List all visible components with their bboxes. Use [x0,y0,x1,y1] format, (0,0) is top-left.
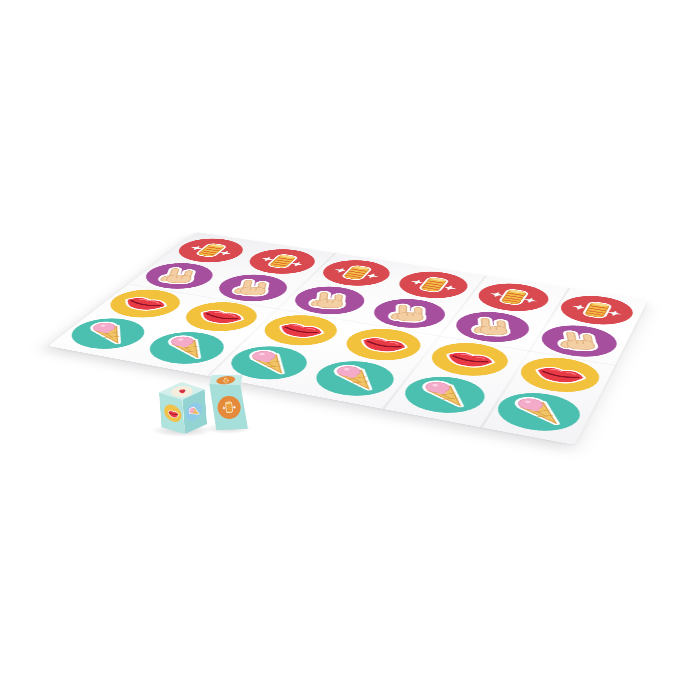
mat-spot-snack-sparkle-4[interactable] [390,268,475,303]
lips-icon [266,316,335,345]
snack-sparkle-icon [179,239,241,262]
snack-sparkle-icon [325,261,388,285]
snack-sparkle-icon [482,284,545,310]
mat-spot-lips-6[interactable] [512,353,606,398]
mat-spot-snack-sparkle-6[interactable] [554,292,639,329]
lips-icon [525,358,594,391]
mat-spot-ice-cream-cone-5[interactable] [394,372,493,419]
snack-sparkle-icon [221,399,238,416]
mat-spot-ice-cream-cone-6[interactable] [488,388,587,437]
snack-sparkle-icon [220,376,232,384]
lips-icon [435,344,504,375]
mat-spot-lips-5[interactable] [422,338,516,381]
mat-spot-snack-sparkle-5[interactable] [470,280,555,316]
mat-spot-rock-hand-5[interactable] [447,308,537,347]
game-mat [48,232,648,445]
ice-cream-cone-icon [408,378,481,412]
mat-spot-grid [196,232,648,300]
lips-icon [111,290,180,317]
lips-icon [176,387,188,396]
die-1[interactable] [158,380,208,435]
rock-hand-icon [220,275,285,300]
mat-spot-ice-cream-cone-4[interactable] [305,356,404,401]
ice-cream-cone-icon [318,362,391,395]
ice-cream-cone-icon [502,394,575,430]
ice-cream-cone-icon [72,319,144,348]
snack-sparkle-icon [251,250,313,273]
rock-hand-icon [376,300,442,328]
lips-icon [349,329,418,359]
snack-sparkle-icon [402,272,465,297]
rock-hand-icon [297,287,363,313]
lips-icon [187,303,256,331]
rock-hand-icon [546,326,612,356]
ice-cream-cone-icon [188,404,201,420]
die-2[interactable] [208,371,250,434]
snack-sparkle-icon [565,297,628,324]
mat-spot-snack-sparkle-1[interactable] [168,235,253,266]
mat-spot-rock-hand-6[interactable] [534,321,624,362]
ice-cream-cone-icon [150,333,222,363]
rock-hand-icon [146,264,211,289]
ice-cream-cone-icon [232,347,305,379]
product-photo-scene [0,0,700,700]
mat-spot-rock-hand-4[interactable] [364,295,454,333]
mat-spot-ice-cream-cone-1[interactable] [58,314,157,354]
mat-spot-lips-4[interactable] [336,324,430,365]
rock-hand-icon [459,313,525,342]
lips-icon [166,406,179,421]
